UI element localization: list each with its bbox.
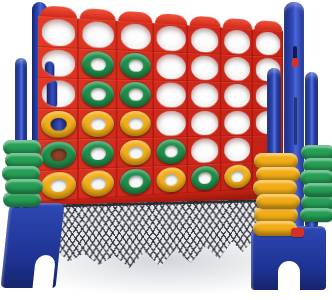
yellow-disc: [224, 164, 251, 189]
empty-slot-hole: [42, 19, 75, 47]
slot-r3-c2: [79, 79, 118, 109]
slot-r1-c4: [154, 23, 189, 53]
green-disc: [156, 139, 186, 165]
slot-r5-c2: [79, 138, 118, 169]
green-disc: [120, 81, 151, 107]
yellow-disc: [82, 111, 115, 138]
empty-slot-hole: [157, 54, 185, 79]
slot-r2-c4: [154, 52, 189, 81]
product-photo-scene: [0, 0, 332, 300]
slot-r4-c3: [117, 109, 154, 138]
slot-r6-c1: [38, 169, 79, 202]
frame-post-groove: [294, 97, 297, 145]
red-knob: [291, 228, 304, 237]
green-disc: [41, 141, 76, 169]
yellow-toss-ring: [256, 194, 300, 210]
slot-r3-c5: [188, 81, 221, 109]
empty-slot-hole: [157, 26, 185, 52]
left-leg-arch-cutout: [32, 255, 56, 289]
slot-r1-c6: [222, 27, 253, 56]
slot-r4-c5: [188, 109, 221, 137]
slot-r4-c4: [154, 109, 189, 138]
slot-r6-c2: [79, 168, 118, 200]
green-disc: [120, 52, 151, 79]
right-yellow-ring-stack: [254, 155, 298, 236]
frame-post-seen-through-hole: [44, 61, 54, 76]
yellow-disc: [156, 167, 186, 194]
green-disc: [82, 50, 115, 78]
slot-r2-c3: [117, 50, 154, 80]
slot-r2-c6: [222, 55, 253, 83]
slot-r1-c7: [253, 29, 283, 57]
yellow-disc: [120, 139, 151, 166]
slot-r6-c4: [154, 165, 189, 195]
empty-slot-hole: [121, 23, 151, 49]
green-toss-ring: [5, 179, 43, 194]
empty-slot-hole: [256, 31, 281, 55]
slot-r4-c1: [38, 109, 79, 140]
green-toss-ring: [3, 192, 41, 207]
yellow-disc: [41, 171, 76, 200]
left-leg: [1, 203, 65, 288]
slot-r4-c2: [79, 109, 118, 139]
empty-slot-hole: [157, 111, 185, 135]
empty-slot-hole: [224, 138, 250, 162]
slot-r2-c1: [38, 47, 79, 79]
frame-post-seen-through-hole: [47, 80, 57, 106]
slot-r5-c5: [188, 136, 221, 165]
empty-slot-hole: [224, 30, 250, 54]
empty-slot-hole: [191, 28, 218, 53]
green-toss-ring: [300, 208, 332, 223]
empty-slot-hole: [191, 138, 218, 162]
empty-slot-hole: [191, 83, 218, 107]
slot-r3-c3: [117, 80, 154, 109]
slot-r5-c3: [117, 138, 154, 168]
empty-slot-hole: [191, 111, 218, 135]
empty-slot-hole: [157, 83, 185, 107]
slot-r6-c3: [117, 166, 154, 197]
slot-r6-c5: [188, 164, 221, 193]
empty-slot-hole: [191, 55, 218, 79]
right-leg-arch-cutout: [278, 261, 300, 291]
board-grid: [38, 16, 283, 202]
slot-r5-c4: [154, 137, 189, 166]
empty-slot-hole: [224, 57, 250, 81]
connect-four-board: [38, 5, 283, 215]
yellow-disc: [120, 111, 151, 137]
yellow-disc: [41, 111, 76, 139]
slot-r1-c5: [188, 25, 221, 54]
slot-r6-c6: [222, 162, 253, 191]
slot-r3-c4: [154, 80, 189, 109]
right-green-ring-stack: [301, 147, 332, 222]
left-green-ring-stack: [3, 142, 41, 207]
slot-r3-c6: [222, 82, 253, 109]
slot-r2-c5: [188, 53, 221, 82]
empty-slot-hole: [224, 111, 250, 134]
empty-slot-hole: [42, 80, 75, 106]
green-disc: [191, 165, 219, 191]
slot-r3-c1: [38, 78, 79, 109]
slot-r5-c1: [38, 139, 79, 171]
empty-slot-hole: [82, 21, 114, 48]
empty-slot-hole: [42, 49, 75, 76]
red-slider: [292, 58, 298, 67]
green-disc: [82, 140, 115, 167]
empty-slot-hole: [224, 84, 250, 107]
slot-r1-c1: [38, 16, 79, 49]
green-disc: [120, 168, 151, 195]
slot-r2-c2: [79, 49, 118, 80]
yellow-disc: [82, 170, 115, 198]
green-disc: [82, 81, 115, 108]
slot-r4-c6: [222, 109, 253, 136]
green-toss-ring: [303, 183, 332, 198]
slot-r5-c6: [222, 136, 253, 164]
slot-r1-c2: [79, 19, 118, 51]
slot-r1-c3: [117, 21, 154, 52]
